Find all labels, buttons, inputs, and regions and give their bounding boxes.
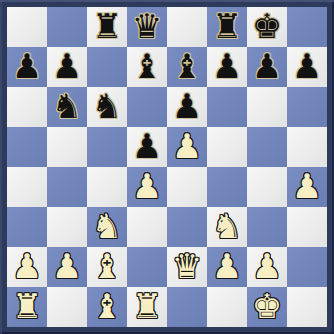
piece-white-pawn-g2[interactable]: ♟: [252, 246, 282, 286]
piece-black-knight-b6[interactable]: ♞: [52, 86, 82, 126]
piece-white-pawn-d4[interactable]: ♟: [132, 166, 162, 206]
square-c2[interactable]: ♝: [87, 247, 127, 287]
piece-black-pawn-b7[interactable]: ♟: [52, 46, 82, 86]
square-h8[interactable]: [287, 7, 327, 47]
square-e4[interactable]: [167, 167, 207, 207]
piece-black-rook-f8[interactable]: ♜: [212, 6, 242, 46]
square-e3[interactable]: [167, 207, 207, 247]
square-f2[interactable]: ♟: [207, 247, 247, 287]
square-b6[interactable]: ♞: [47, 87, 87, 127]
square-g5[interactable]: [247, 127, 287, 167]
square-c1[interactable]: ♝: [87, 287, 127, 327]
square-e1[interactable]: [167, 287, 207, 327]
piece-black-pawn-f7[interactable]: ♟: [212, 46, 242, 86]
square-d4[interactable]: ♟: [127, 167, 167, 207]
square-b7[interactable]: ♟: [47, 47, 87, 87]
square-h7[interactable]: ♟: [287, 47, 327, 87]
square-f4[interactable]: [207, 167, 247, 207]
square-b1[interactable]: [47, 287, 87, 327]
square-a6[interactable]: [7, 87, 47, 127]
square-f8[interactable]: ♜: [207, 7, 247, 47]
board-frame: ♜♛♜♚♟♟♝♝♟♟♟♞♞♟♟♟♟♟♞♞♟♟♝♛♟♟♜♝♜♚: [0, 0, 334, 334]
square-g3[interactable]: [247, 207, 287, 247]
piece-white-pawn-e5[interactable]: ♟: [172, 126, 202, 166]
square-b2[interactable]: ♟: [47, 247, 87, 287]
square-g6[interactable]: [247, 87, 287, 127]
piece-black-bishop-d7[interactable]: ♝: [132, 46, 162, 86]
piece-black-king-g8[interactable]: ♚: [252, 6, 282, 46]
square-d7[interactable]: ♝: [127, 47, 167, 87]
square-g1[interactable]: ♚: [247, 287, 287, 327]
square-e8[interactable]: [167, 7, 207, 47]
square-c6[interactable]: ♞: [87, 87, 127, 127]
square-d2[interactable]: [127, 247, 167, 287]
square-f6[interactable]: [207, 87, 247, 127]
square-d8[interactable]: ♛: [127, 7, 167, 47]
square-d5[interactable]: ♟: [127, 127, 167, 167]
square-h1[interactable]: [287, 287, 327, 327]
piece-black-pawn-e6[interactable]: ♟: [172, 86, 202, 126]
piece-black-pawn-h7[interactable]: ♟: [292, 46, 322, 86]
square-h3[interactable]: [287, 207, 327, 247]
square-a2[interactable]: ♟: [7, 247, 47, 287]
square-h4[interactable]: ♟: [287, 167, 327, 207]
square-g2[interactable]: ♟: [247, 247, 287, 287]
piece-black-bishop-e7[interactable]: ♝: [172, 46, 202, 86]
piece-white-knight-f3[interactable]: ♞: [212, 206, 242, 246]
square-h5[interactable]: [287, 127, 327, 167]
square-f7[interactable]: ♟: [207, 47, 247, 87]
piece-white-pawn-b2[interactable]: ♟: [52, 246, 82, 286]
square-f1[interactable]: [207, 287, 247, 327]
piece-white-pawn-a2[interactable]: ♟: [12, 246, 42, 286]
square-b5[interactable]: [47, 127, 87, 167]
piece-black-rook-c8[interactable]: ♜: [92, 6, 122, 46]
square-b8[interactable]: [47, 7, 87, 47]
square-e7[interactable]: ♝: [167, 47, 207, 87]
square-b3[interactable]: [47, 207, 87, 247]
piece-black-pawn-d5[interactable]: ♟: [132, 126, 162, 166]
square-f5[interactable]: [207, 127, 247, 167]
square-e2[interactable]: ♛: [167, 247, 207, 287]
square-c8[interactable]: ♜: [87, 7, 127, 47]
square-h6[interactable]: [287, 87, 327, 127]
square-a7[interactable]: ♟: [7, 47, 47, 87]
square-c5[interactable]: [87, 127, 127, 167]
piece-black-pawn-g7[interactable]: ♟: [252, 46, 282, 86]
piece-white-pawn-f2[interactable]: ♟: [212, 246, 242, 286]
square-g8[interactable]: ♚: [247, 7, 287, 47]
piece-white-pawn-h4[interactable]: ♟: [292, 166, 322, 206]
square-a5[interactable]: [7, 127, 47, 167]
piece-white-bishop-c2[interactable]: ♝: [92, 246, 122, 286]
square-g4[interactable]: [247, 167, 287, 207]
square-g7[interactable]: ♟: [247, 47, 287, 87]
piece-white-rook-d1[interactable]: ♜: [132, 286, 162, 326]
square-d1[interactable]: ♜: [127, 287, 167, 327]
square-a4[interactable]: [7, 167, 47, 207]
square-d6[interactable]: [127, 87, 167, 127]
square-b4[interactable]: [47, 167, 87, 207]
piece-white-queen-e2[interactable]: ♛: [172, 246, 202, 286]
square-f3[interactable]: ♞: [207, 207, 247, 247]
piece-white-rook-a1[interactable]: ♜: [12, 286, 42, 326]
square-e5[interactable]: ♟: [167, 127, 207, 167]
piece-black-queen-d8[interactable]: ♛: [132, 6, 162, 46]
square-h2[interactable]: [287, 247, 327, 287]
piece-white-bishop-c1[interactable]: ♝: [92, 286, 122, 326]
piece-white-knight-c3[interactable]: ♞: [92, 206, 122, 246]
square-a1[interactable]: ♜: [7, 287, 47, 327]
square-c7[interactable]: [87, 47, 127, 87]
square-a8[interactable]: [7, 7, 47, 47]
square-e6[interactable]: ♟: [167, 87, 207, 127]
piece-black-pawn-a7[interactable]: ♟: [12, 46, 42, 86]
square-a3[interactable]: [7, 207, 47, 247]
chess-board: ♜♛♜♚♟♟♝♝♟♟♟♞♞♟♟♟♟♟♞♞♟♟♝♛♟♟♜♝♜♚: [7, 7, 327, 327]
square-d3[interactable]: [127, 207, 167, 247]
piece-black-knight-c6[interactable]: ♞: [92, 86, 122, 126]
square-c3[interactable]: ♞: [87, 207, 127, 247]
square-c4[interactable]: [87, 167, 127, 207]
piece-white-king-g1[interactable]: ♚: [252, 286, 282, 326]
